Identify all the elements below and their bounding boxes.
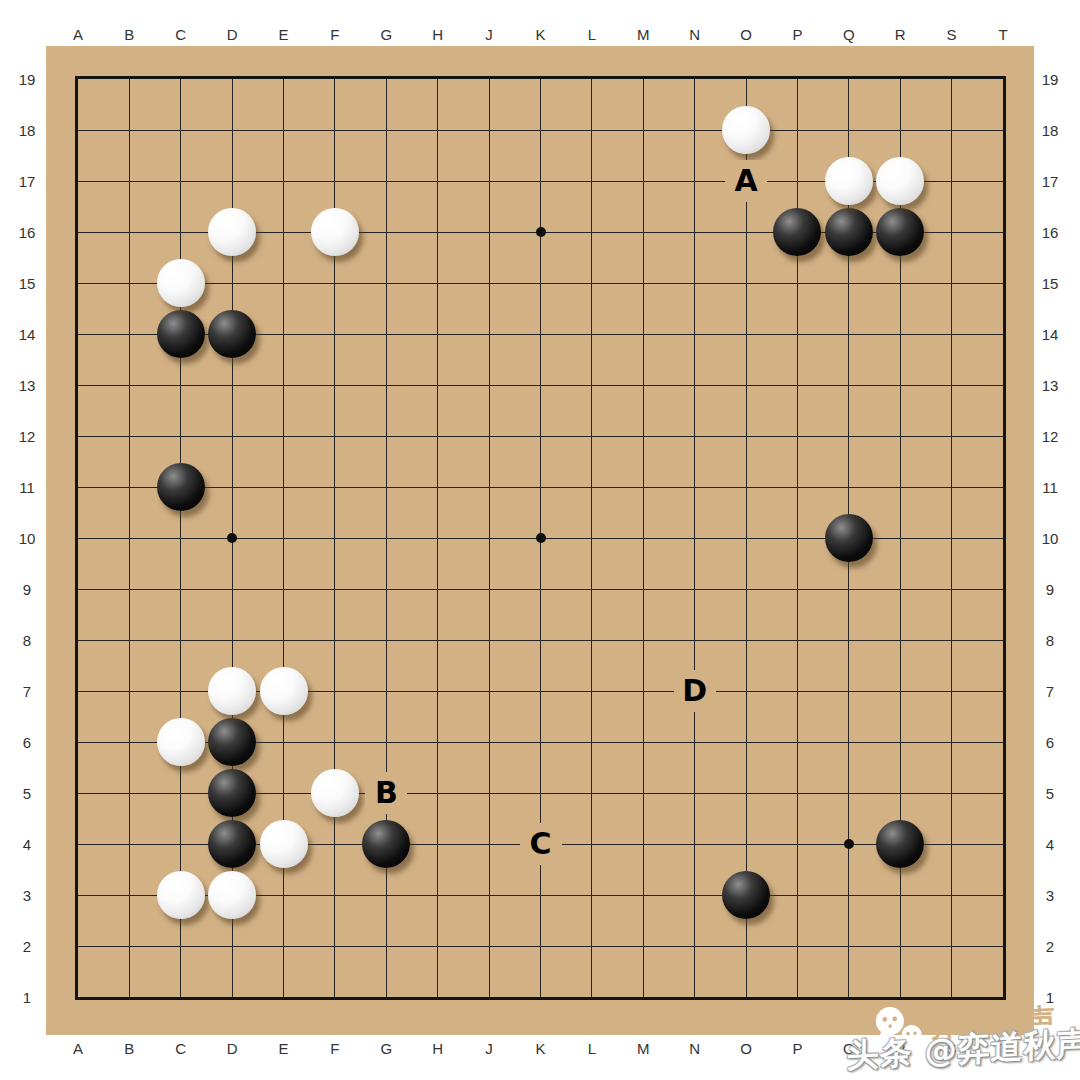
coordinate-label: P: [792, 1040, 802, 1057]
coordinate-label: C: [175, 26, 186, 43]
coordinate-label: 11: [1042, 479, 1058, 496]
coordinate-label: 9: [23, 581, 31, 598]
coordinate-label: P: [792, 26, 802, 43]
coordinate-label: O: [740, 1040, 752, 1057]
black-stone: [208, 820, 256, 868]
watermark: 弈道秋声 头条 @弈道秋声: [844, 994, 1080, 1080]
white-stone: [311, 208, 359, 256]
coordinate-label: 15: [1042, 275, 1059, 292]
annotation-label: D: [674, 670, 716, 712]
grid-line: [643, 79, 644, 997]
coordinate-label: 7: [23, 683, 31, 700]
black-stone: [825, 514, 873, 562]
coordinate-label: 1: [23, 989, 31, 1006]
coordinate-label: 8: [23, 632, 31, 649]
grid-line: [951, 79, 952, 997]
coordinate-label: F: [330, 26, 339, 43]
white-stone: [722, 106, 770, 154]
coordinate-label: F: [330, 1040, 339, 1057]
coordinate-label: O: [740, 26, 752, 43]
annotation-label: C: [520, 823, 562, 865]
black-stone: [876, 208, 924, 256]
coordinate-label: N: [689, 26, 700, 43]
grid-line: [78, 946, 1003, 947]
coordinate-label: 17: [19, 173, 36, 190]
annotation-label: B: [365, 772, 407, 814]
coordinate-label: B: [124, 1040, 134, 1057]
white-stone: [157, 259, 205, 307]
coordinate-label: N: [689, 1040, 700, 1057]
coordinate-label: J: [485, 26, 493, 43]
star-point: [227, 533, 237, 543]
coordinate-label: 18: [19, 122, 36, 139]
coordinate-label: B: [124, 26, 134, 43]
black-stone: [208, 718, 256, 766]
white-stone: [208, 871, 256, 919]
coordinate-label: G: [380, 1040, 392, 1057]
coordinate-label: 13: [19, 377, 36, 394]
coordinate-label: 12: [1042, 428, 1059, 445]
coordinate-label: J: [485, 1040, 493, 1057]
coordinate-label: 7: [1046, 683, 1054, 700]
coordinate-label: D: [227, 1040, 238, 1057]
go-board-grid: ABCD: [75, 76, 1006, 1000]
coordinate-label: 19: [1042, 71, 1059, 88]
coordinate-label: 5: [1046, 785, 1054, 802]
coordinate-label: S: [947, 26, 957, 43]
coordinate-label: 11: [19, 479, 35, 496]
coordinate-label: 14: [19, 326, 36, 343]
white-stone: [208, 208, 256, 256]
go-diagram-page: ABCD AABBCCDDEEFFGGHHJJKKLLMMNNOOPPQQRRS…: [0, 0, 1080, 1080]
grid-line: [78, 589, 1003, 590]
black-stone: [157, 463, 205, 511]
coordinate-label: 3: [1046, 887, 1054, 904]
coordinate-label: C: [175, 1040, 186, 1057]
white-stone: [157, 871, 205, 919]
coordinate-label: 10: [19, 530, 36, 547]
coordinate-label: 16: [1042, 224, 1059, 241]
coordinate-label: 6: [23, 734, 31, 751]
coordinate-label: 13: [1042, 377, 1059, 394]
coordinate-label: 19: [19, 71, 36, 88]
black-stone: [773, 208, 821, 256]
coordinate-label: H: [432, 26, 443, 43]
coordinate-label: A: [73, 26, 83, 43]
coordinate-label: 14: [1042, 326, 1059, 343]
coordinate-label: E: [279, 1040, 289, 1057]
grid-line: [746, 79, 747, 997]
black-stone: [825, 208, 873, 256]
black-stone: [722, 871, 770, 919]
coordinate-label: 12: [19, 428, 36, 445]
white-stone: [260, 667, 308, 715]
coordinate-label: Q: [843, 26, 855, 43]
coordinate-label: 3: [23, 887, 31, 904]
coordinate-label: 4: [1046, 836, 1054, 853]
coordinate-label: L: [588, 26, 596, 43]
coordinate-label: 8: [1046, 632, 1054, 649]
grid-line: [694, 79, 695, 997]
coordinate-label: A: [73, 1040, 83, 1057]
star-point: [536, 227, 546, 237]
coordinate-label: H: [432, 1040, 443, 1057]
white-stone: [311, 769, 359, 817]
coordinate-label: K: [535, 26, 545, 43]
coordinate-label: 2: [23, 938, 31, 955]
white-stone: [260, 820, 308, 868]
coordinate-label: D: [227, 26, 238, 43]
annotation-label: A: [725, 160, 767, 202]
coordinate-label: 10: [1042, 530, 1059, 547]
star-point: [536, 533, 546, 543]
coordinate-label: E: [279, 26, 289, 43]
black-stone: [208, 310, 256, 358]
coordinate-label: M: [637, 1040, 650, 1057]
coordinate-label: 2: [1046, 938, 1054, 955]
star-point: [844, 839, 854, 849]
coordinate-label: 4: [23, 836, 31, 853]
coordinate-label: G: [380, 26, 392, 43]
coordinate-label: L: [588, 1040, 596, 1057]
coordinate-label: 18: [1042, 122, 1059, 139]
black-stone: [876, 820, 924, 868]
coordinate-label: R: [895, 26, 906, 43]
white-stone: [208, 667, 256, 715]
white-stone: [876, 157, 924, 205]
coordinate-label: K: [535, 1040, 545, 1057]
grid-line: [78, 640, 1003, 641]
white-stone: [825, 157, 873, 205]
coordinate-label: T: [998, 26, 1007, 43]
black-stone: [157, 310, 205, 358]
black-stone: [208, 769, 256, 817]
coordinate-label: 17: [1042, 173, 1059, 190]
coordinate-label: 15: [19, 275, 36, 292]
coordinate-label: 16: [19, 224, 36, 241]
grid-line: [591, 79, 592, 997]
coordinate-label: M: [637, 26, 650, 43]
coordinate-label: 6: [1046, 734, 1054, 751]
white-stone: [157, 718, 205, 766]
black-stone: [362, 820, 410, 868]
coordinate-label: 9: [1046, 581, 1054, 598]
coordinate-label: 5: [23, 785, 31, 802]
